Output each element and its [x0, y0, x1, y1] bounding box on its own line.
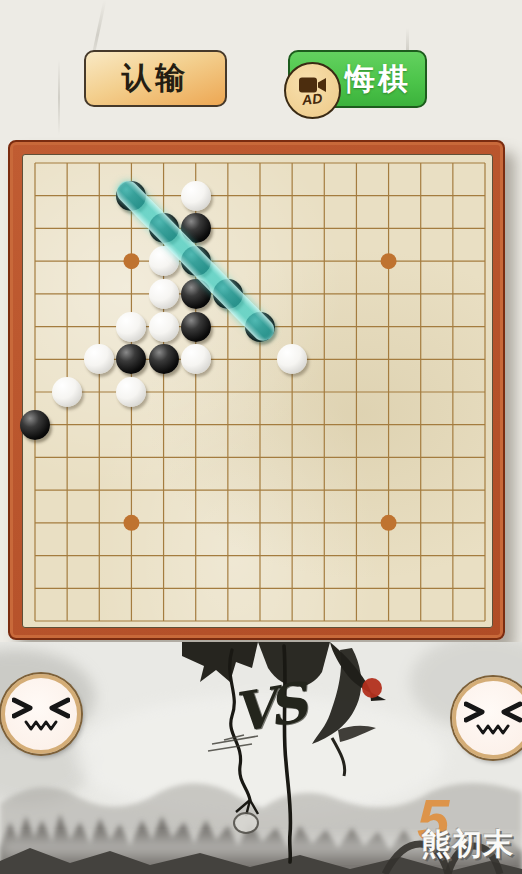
- player-right-name: Bot: [379, 691, 422, 722]
- paper-streak: [58, 60, 60, 135]
- star-point: [381, 515, 397, 531]
- stone-black: [149, 344, 179, 374]
- player-right-avatar: [452, 677, 522, 759]
- stone-white: [52, 377, 82, 407]
- stone-black: [181, 279, 211, 309]
- stone-black-winning: [245, 312, 275, 342]
- stone-white: [149, 279, 179, 309]
- kawaii-face-icon: [464, 698, 522, 738]
- star-point: [381, 253, 397, 269]
- stone-black-winning: [149, 213, 179, 243]
- star-point: [123, 253, 139, 269]
- stone-white: [181, 344, 211, 374]
- player-left-name: 你: [88, 688, 113, 721]
- board-grid: [23, 155, 492, 627]
- watermark-text: 熊初末: [421, 824, 514, 865]
- ad-label: AD: [302, 89, 324, 107]
- ad-badge[interactable]: AD: [284, 62, 341, 119]
- watermark: 5 熊初末: [415, 790, 522, 874]
- stone-black: [181, 213, 211, 243]
- watermark-logo: 5: [417, 786, 449, 853]
- undo-button-label: 悔棋: [345, 59, 411, 100]
- stone-black-winning: [181, 246, 211, 276]
- versus-label: VS: [228, 671, 305, 746]
- stone-white: [116, 312, 146, 342]
- kawaii-face-icon: [12, 694, 70, 734]
- stone-black-winning: [213, 279, 243, 309]
- stone-black: [181, 312, 211, 342]
- star-point: [123, 515, 139, 531]
- stone-white: [181, 181, 211, 211]
- board-surface[interactable]: [22, 154, 493, 628]
- game-board-frame: [8, 140, 505, 640]
- app-root: { "game": "gomoku", "window": {"width": …: [0, 0, 522, 874]
- stone-white: [149, 246, 179, 276]
- player-left-avatar: [1, 674, 81, 754]
- stone-white: [149, 312, 179, 342]
- player-right-bar: Bot: [307, 678, 470, 743]
- stone-black-winning: [116, 181, 146, 211]
- resign-button[interactable]: 认输: [84, 50, 227, 107]
- stone-black: [20, 410, 50, 440]
